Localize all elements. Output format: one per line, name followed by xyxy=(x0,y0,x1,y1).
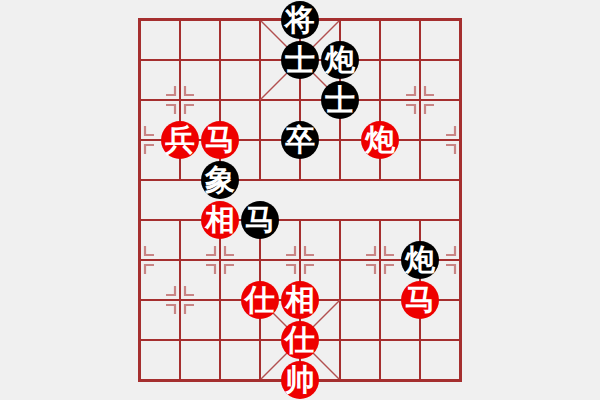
piece-red-cannon[interactable]: 炮 xyxy=(361,121,399,159)
piece-red-elephant[interactable]: 相 xyxy=(201,201,239,239)
piece-red-horse[interactable]: 马 xyxy=(201,121,239,159)
piece-black-pawn[interactable]: 卒 xyxy=(281,121,319,159)
piece-red-pawn[interactable]: 兵 xyxy=(161,121,199,159)
piece-black-cannon[interactable]: 炮 xyxy=(321,41,359,79)
piece-red-horse[interactable]: 马 xyxy=(401,281,439,319)
piece-black-elephant[interactable]: 象 xyxy=(201,161,239,199)
piece-black-advisor[interactable]: 士 xyxy=(321,81,359,119)
piece-red-advisor[interactable]: 仕 xyxy=(241,281,279,319)
xiangqi-pieces-layer: 将士炮士兵马卒炮象相马炮仕相马仕帅 xyxy=(120,0,480,400)
piece-black-cannon[interactable]: 炮 xyxy=(401,241,439,279)
piece-red-advisor[interactable]: 仕 xyxy=(281,321,319,359)
piece-black-advisor[interactable]: 士 xyxy=(281,41,319,79)
xiangqi-app: 将士炮士兵马卒炮象相马炮仕相马仕帅 xyxy=(0,0,600,400)
piece-red-general[interactable]: 帅 xyxy=(281,361,319,399)
piece-black-general[interactable]: 将 xyxy=(281,1,319,39)
piece-black-horse[interactable]: 马 xyxy=(241,201,279,239)
piece-red-elephant[interactable]: 相 xyxy=(281,281,319,319)
